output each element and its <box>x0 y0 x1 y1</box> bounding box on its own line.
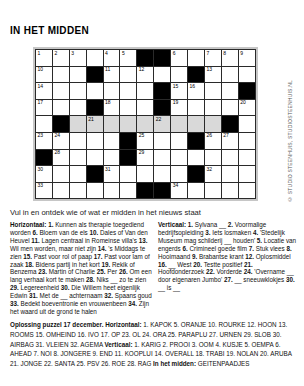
grid-cell-black <box>137 183 153 199</box>
grid-cell[interactable]: 27 <box>222 133 238 149</box>
grid-cell-black <box>53 116 69 132</box>
grid-cell[interactable]: 34 <box>171 183 187 199</box>
clue-number: 25. <box>97 268 106 275</box>
grid-cell[interactable]: 12 <box>137 67 153 83</box>
cell-number: 14 <box>38 84 44 89</box>
cell-number: 5 <box>122 51 125 56</box>
grid-cell[interactable] <box>154 67 170 83</box>
grid-cell-black <box>188 67 204 83</box>
cell-number: 29 <box>139 150 145 155</box>
grid-cell[interactable] <box>70 100 86 116</box>
grid-cell[interactable] <box>70 150 86 166</box>
grid-cell[interactable] <box>205 100 221 116</box>
grid-cell[interactable]: 10 <box>36 67 52 83</box>
grid-cell[interactable]: 14 <box>36 83 52 99</box>
clue-number: 8. <box>287 245 292 252</box>
grid-cell[interactable]: 24 <box>53 133 69 149</box>
clue-list-lead: Horizontaal: <box>10 221 48 228</box>
grid-cell[interactable] <box>36 116 52 132</box>
cell-number: 22 <box>156 117 162 122</box>
grid-cell[interactable]: 20 <box>239 100 255 116</box>
grid-cell[interactable] <box>222 67 238 83</box>
grid-cell[interactable] <box>87 183 103 199</box>
grid-cell[interactable] <box>104 83 120 99</box>
grid-cell[interactable] <box>188 150 204 166</box>
grid-cell[interactable] <box>171 67 187 83</box>
solution-answers: GEITENPAADJES <box>198 360 250 367</box>
cell-number: 20 <box>240 100 246 105</box>
grid-cell-black <box>188 133 204 149</box>
cell-number: 25 <box>139 133 145 138</box>
grid-cell[interactable] <box>53 83 69 99</box>
clues-verticaal: Verticaal: 1. Sylvana __ 2. Voormalige b… <box>158 221 300 316</box>
solution-lead: Oplossing puzzel 17 december. <box>10 321 105 328</box>
grid-cell[interactable] <box>222 100 238 116</box>
grid-cell-black <box>87 100 103 116</box>
grid-cell[interactable] <box>154 133 170 149</box>
clue-number: 21. <box>244 261 253 268</box>
clue-number: 16. <box>158 261 167 268</box>
clue-list-lead: Verticaal: <box>158 221 188 228</box>
grid-cell-black <box>239 83 255 99</box>
cell-number: 2 <box>54 51 57 56</box>
clue-number: 11. <box>31 237 39 244</box>
grid-cell[interactable]: 11 <box>104 67 120 83</box>
grid-cell[interactable] <box>70 166 86 182</box>
clue-number: 13. <box>139 237 148 244</box>
grid-cell[interactable]: 21 <box>87 116 103 132</box>
clue-number: 30. <box>61 284 70 291</box>
grid-cell[interactable] <box>137 166 153 182</box>
clue-number: 6. <box>183 245 188 252</box>
grid-cell[interactable] <box>70 183 86 199</box>
grid-cell[interactable] <box>222 83 238 99</box>
cell-number: 19 <box>173 100 179 105</box>
grid-cell-black <box>154 50 170 66</box>
clue-number: 34. <box>128 300 137 307</box>
clue-number: 26. <box>119 268 128 275</box>
grid-cell-black <box>188 166 204 182</box>
cell-number: 9 <box>240 51 243 56</box>
cell-number: 33 <box>38 183 44 188</box>
grid-cell-black <box>120 133 136 149</box>
grid-cell[interactable]: 7 <box>205 50 221 66</box>
grid-cell[interactable] <box>222 183 238 199</box>
grid-cell[interactable] <box>188 100 204 116</box>
cell-number: 8 <box>223 51 226 56</box>
grid-cell[interactable] <box>53 183 69 199</box>
clue-number: 15. <box>23 253 32 260</box>
grid-cell[interactable]: 1 <box>36 50 52 66</box>
clue-number: 30. <box>286 276 295 283</box>
clue-number: 32. <box>104 292 113 299</box>
clue-number: 29. <box>10 284 19 291</box>
grid-cell-black <box>87 67 103 83</box>
grid-cell[interactable]: 13 <box>205 67 221 83</box>
grid-cell[interactable]: 5 <box>120 50 136 66</box>
clue-number: 20. <box>193 261 202 268</box>
grid-cell[interactable] <box>53 100 69 116</box>
grid-cell-black <box>154 83 170 99</box>
grid-cell[interactable] <box>87 83 103 99</box>
clue-number: 4. <box>253 229 258 236</box>
grid-cell[interactable] <box>222 166 238 182</box>
cell-number: 1 <box>38 51 41 56</box>
cell-number: 18 <box>105 100 111 105</box>
puzzle-title: IN HET MIDDEN <box>10 25 89 36</box>
cell-number: 12 <box>139 67 145 72</box>
clue-number: 27. <box>224 276 233 283</box>
solution-lead: Horizontaal: <box>105 321 143 328</box>
grid-cell[interactable]: 18 <box>104 100 120 116</box>
grid-cell[interactable] <box>120 67 136 83</box>
cell-number: 13 <box>206 67 212 72</box>
clue-number: 1. <box>188 221 193 228</box>
clue-number: 19. <box>101 261 110 268</box>
grid-cell[interactable] <box>154 166 170 182</box>
clue-number: 2. <box>228 221 233 228</box>
cell-number: 30 <box>38 167 44 172</box>
grid-cell[interactable] <box>188 183 204 199</box>
grid-cell[interactable]: 2 <box>53 50 69 66</box>
grid-cell[interactable]: 23 <box>36 133 52 149</box>
grid-cell[interactable]: 28 <box>53 150 69 166</box>
solution-lead: In het midden: <box>153 360 198 367</box>
grid-cell[interactable] <box>239 183 255 199</box>
clue-number: 3. <box>205 229 210 236</box>
grid-cell[interactable] <box>171 166 187 182</box>
grid-cell[interactable] <box>70 83 86 99</box>
cell-number: 31 <box>105 167 111 172</box>
grid-cell[interactable] <box>120 183 136 199</box>
grid-cell[interactable] <box>87 150 103 166</box>
grid-cell[interactable] <box>53 67 69 83</box>
clue-number: 24. <box>244 268 253 275</box>
grid-cell[interactable] <box>104 150 120 166</box>
solution-lead: Verticaal: <box>105 341 135 348</box>
grid-cell[interactable] <box>87 133 103 149</box>
cell-number: 10 <box>38 67 44 72</box>
clue-number: 12. <box>245 253 254 260</box>
grid-cell[interactable]: 32 <box>205 166 221 182</box>
grid-cell[interactable] <box>188 50 204 66</box>
grid-cell[interactable] <box>70 116 86 132</box>
cell-number: 7 <box>206 51 209 56</box>
clue-number: 9. <box>192 253 197 260</box>
grid-cell-black <box>36 150 52 166</box>
cell-number: 11 <box>105 67 110 72</box>
grid-cell[interactable]: 30 <box>36 166 52 182</box>
grid-cell[interactable] <box>239 133 255 149</box>
cell-number: 17 <box>38 100 44 105</box>
intro-text: Vul in en ontdek wie of wat er midden in… <box>10 208 201 217</box>
grid-cell[interactable] <box>154 150 170 166</box>
clue-number: 31. <box>29 292 38 299</box>
grid-cell[interactable] <box>120 100 136 116</box>
clue-number: 17. <box>94 253 103 260</box>
grid-cell[interactable] <box>239 166 255 182</box>
cell-number: 27 <box>223 133 229 138</box>
grid-cell[interactable] <box>53 166 69 182</box>
cell-number: 15 <box>173 84 179 89</box>
clues-horizontaal: Horizontaal: 1. Kunnen als therapie toeg… <box>10 221 152 316</box>
grid-cell[interactable]: 33 <box>36 183 52 199</box>
grid-cell[interactable] <box>205 116 221 132</box>
crossword-grid: 1234567891011121314151617181920212223242… <box>35 49 256 199</box>
cell-number: 28 <box>54 150 60 155</box>
grid-cell[interactable] <box>239 116 255 132</box>
grid-cell[interactable]: 9 <box>239 50 255 66</box>
grid-cell[interactable]: 3 <box>70 50 86 66</box>
grid-cell[interactable]: 6 <box>171 50 187 66</box>
grid-cell[interactable] <box>70 133 86 149</box>
clue-number: 7. <box>249 245 254 252</box>
grid-cell[interactable]: 17 <box>36 100 52 116</box>
grid-cell[interactable] <box>205 150 221 166</box>
clue-number: 6. <box>32 229 37 236</box>
clue-number: 28. <box>86 276 95 283</box>
grid-cell[interactable] <box>205 183 221 199</box>
clues-section: Horizontaal: 1. Kunnen als therapie toeg… <box>10 221 300 316</box>
cell-number: 26 <box>206 133 212 138</box>
grid-cell[interactable] <box>120 166 136 182</box>
clue-number: 23. <box>38 268 47 275</box>
grid-cell[interactable] <box>205 83 221 99</box>
grid-cell[interactable]: 8 <box>222 50 238 66</box>
grid-cell[interactable] <box>171 150 187 166</box>
grid-cell[interactable] <box>70 67 86 83</box>
grid-cell[interactable] <box>104 183 120 199</box>
credit-text: © STUDIO STEENHUIS, STUDIOSTEENHUIS.NL <box>287 49 293 202</box>
grid-cell[interactable] <box>239 67 255 83</box>
clue-number: 33. <box>10 300 19 307</box>
cell-number: 24 <box>54 133 60 138</box>
grid-cell[interactable] <box>137 116 153 132</box>
grid-cell[interactable] <box>171 116 187 132</box>
cell-number: 16 <box>190 84 196 89</box>
grid-cell-black <box>154 100 170 116</box>
grid-cell-black <box>120 150 136 166</box>
grid-cell[interactable] <box>104 116 120 132</box>
grid-cell[interactable] <box>137 83 153 99</box>
grid-cell-black <box>87 166 103 182</box>
clue-number: 10. <box>89 229 98 236</box>
grid-cell[interactable] <box>87 50 103 66</box>
grid-cell-black <box>137 50 153 66</box>
grid-cell[interactable] <box>239 150 255 166</box>
cell-number: 21 <box>88 117 94 122</box>
grid-cell[interactable]: 31 <box>104 166 120 182</box>
crossword-grid-wrap: 1234567891011121314151617181920212223242… <box>35 49 256 199</box>
grid-cell-black <box>222 116 238 132</box>
cell-number: 6 <box>173 51 176 56</box>
grid-cell[interactable] <box>171 133 187 149</box>
cell-number: 34 <box>173 183 179 188</box>
grid-cell[interactable] <box>120 116 136 132</box>
clue-number: 14. <box>98 245 107 252</box>
grid-cell[interactable]: 4 <box>104 50 120 66</box>
clue-number: 1. <box>48 221 53 228</box>
grid-cell[interactable] <box>222 150 238 166</box>
grid-cell[interactable] <box>137 100 153 116</box>
clue-number: 18. <box>25 261 34 268</box>
cell-number: 32 <box>206 167 212 172</box>
cell-number: 23 <box>38 133 44 138</box>
grid-cell[interactable]: 19 <box>171 100 187 116</box>
cell-number: 3 <box>71 51 74 56</box>
grid-cell[interactable] <box>104 133 120 149</box>
grid-cell[interactable]: 29 <box>137 150 153 166</box>
grid-cell-black <box>154 183 170 199</box>
cell-number: 4 <box>105 51 108 56</box>
grid-cell[interactable]: 26 <box>205 133 221 149</box>
grid-cell[interactable]: 16 <box>188 83 204 99</box>
clue-number: 5. <box>257 237 262 244</box>
grid-cell[interactable]: 22 <box>154 116 170 132</box>
clue-number: 22. <box>206 268 215 275</box>
grid-cell[interactable] <box>120 83 136 99</box>
grid-cell[interactable] <box>188 116 204 132</box>
solution-text: Oplossing puzzel 17 december. Horizontaa… <box>10 320 298 369</box>
grid-cell[interactable]: 15 <box>171 83 187 99</box>
grid-cell[interactable]: 25 <box>137 133 153 149</box>
